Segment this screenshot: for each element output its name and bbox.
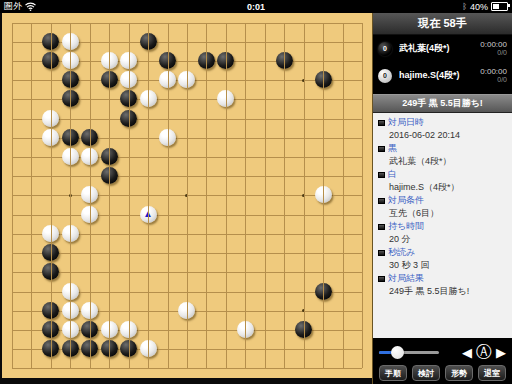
board-cell[interactable] <box>80 359 99 378</box>
board-cell[interactable] <box>99 244 118 263</box>
board-cell[interactable] <box>99 263 118 282</box>
board-cell[interactable] <box>294 301 313 320</box>
board-cell[interactable] <box>60 147 79 166</box>
board-cell[interactable] <box>99 167 118 186</box>
board-cell[interactable] <box>314 224 333 243</box>
board-cell[interactable] <box>138 320 157 339</box>
board-cell[interactable] <box>119 359 138 378</box>
board-cell[interactable] <box>99 205 118 224</box>
board-cell[interactable] <box>275 13 294 32</box>
board-cell[interactable] <box>41 244 60 263</box>
board-cell[interactable] <box>119 244 138 263</box>
board-cell[interactable] <box>197 340 216 359</box>
board-cell[interactable] <box>353 320 372 339</box>
board-cell[interactable] <box>333 147 352 166</box>
board-cell[interactable] <box>80 244 99 263</box>
score-estimate-button[interactable]: 形勢 <box>445 365 473 381</box>
board-cell[interactable] <box>216 359 235 378</box>
board-cell[interactable] <box>236 263 255 282</box>
board-cell[interactable] <box>333 282 352 301</box>
board-cell[interactable] <box>216 147 235 166</box>
board-cell[interactable] <box>60 320 79 339</box>
board-cell[interactable] <box>138 13 157 32</box>
board-cell[interactable] <box>2 90 21 109</box>
board-cell[interactable] <box>177 51 196 70</box>
board-cell[interactable] <box>236 244 255 263</box>
board-cell[interactable] <box>138 90 157 109</box>
board-cell[interactable] <box>177 320 196 339</box>
board-cell[interactable] <box>2 282 21 301</box>
board-cell[interactable] <box>197 186 216 205</box>
board-cell[interactable] <box>138 51 157 70</box>
board-cell[interactable] <box>158 109 177 128</box>
board-cell[interactable] <box>236 359 255 378</box>
slider-thumb[interactable] <box>391 346 404 359</box>
board-cell[interactable] <box>333 186 352 205</box>
board-cell[interactable] <box>119 128 138 147</box>
board-cell[interactable] <box>314 128 333 147</box>
board-cell[interactable] <box>216 167 235 186</box>
board-cell[interactable] <box>216 320 235 339</box>
board-cell[interactable] <box>333 224 352 243</box>
board-cell[interactable] <box>80 301 99 320</box>
board-cell[interactable] <box>2 244 21 263</box>
board-cell[interactable] <box>99 128 118 147</box>
board-cell[interactable] <box>294 128 313 147</box>
board-cell[interactable] <box>60 186 79 205</box>
board-cell[interactable] <box>314 71 333 90</box>
board-cell[interactable] <box>2 71 21 90</box>
board-cell[interactable] <box>216 205 235 224</box>
board-cell[interactable] <box>197 13 216 32</box>
board-cell[interactable] <box>275 301 294 320</box>
board-cell[interactable] <box>21 51 40 70</box>
board-cell[interactable] <box>41 128 60 147</box>
board-cell[interactable] <box>138 263 157 282</box>
board-cell[interactable] <box>119 263 138 282</box>
board-cell[interactable] <box>353 32 372 51</box>
board-cell[interactable] <box>314 340 333 359</box>
board-cell[interactable] <box>275 90 294 109</box>
board-cell[interactable] <box>177 263 196 282</box>
board-cell[interactable] <box>60 109 79 128</box>
board-cell[interactable] <box>21 224 40 243</box>
board-cell[interactable] <box>99 147 118 166</box>
board-cell[interactable] <box>80 282 99 301</box>
board-cell[interactable] <box>275 167 294 186</box>
board-cell[interactable] <box>255 51 274 70</box>
board-cell[interactable] <box>158 359 177 378</box>
board-cell[interactable] <box>314 13 333 32</box>
board-cell[interactable] <box>41 71 60 90</box>
board-cell[interactable] <box>21 71 40 90</box>
board-cell[interactable] <box>353 244 372 263</box>
board-cell[interactable] <box>314 32 333 51</box>
board-cell[interactable] <box>60 263 79 282</box>
board-cell[interactable] <box>255 263 274 282</box>
board-cell[interactable] <box>197 147 216 166</box>
board-cell[interactable] <box>60 359 79 378</box>
board-cell[interactable] <box>158 340 177 359</box>
board-cell[interactable] <box>294 359 313 378</box>
board-cell[interactable] <box>21 320 40 339</box>
board-cell[interactable] <box>275 147 294 166</box>
board-cell[interactable] <box>41 340 60 359</box>
board-cell[interactable] <box>314 320 333 339</box>
board-cell[interactable] <box>333 167 352 186</box>
board-cell[interactable] <box>353 359 372 378</box>
board-cell[interactable] <box>138 359 157 378</box>
board-cell[interactable] <box>158 205 177 224</box>
board-cell[interactable] <box>294 13 313 32</box>
board-cell[interactable] <box>236 13 255 32</box>
board-cell[interactable] <box>119 32 138 51</box>
board-cell[interactable] <box>216 90 235 109</box>
board-cell[interactable] <box>138 32 157 51</box>
board-cell[interactable] <box>294 186 313 205</box>
board-cell[interactable] <box>255 13 274 32</box>
board-cell[interactable] <box>21 301 40 320</box>
board-cell[interactable] <box>353 301 372 320</box>
board-cell[interactable] <box>177 109 196 128</box>
board-cell[interactable] <box>138 340 157 359</box>
board-cell[interactable] <box>119 186 138 205</box>
board-cell[interactable] <box>119 301 138 320</box>
board-cell[interactable] <box>138 167 157 186</box>
board-cell[interactable] <box>41 147 60 166</box>
board-cell[interactable] <box>41 359 60 378</box>
board-cell[interactable] <box>119 109 138 128</box>
board-cell[interactable] <box>294 205 313 224</box>
board-cell[interactable] <box>255 128 274 147</box>
board-cell[interactable] <box>60 282 79 301</box>
board-cell[interactable] <box>275 359 294 378</box>
board-cell[interactable] <box>2 147 21 166</box>
board-cell[interactable] <box>333 109 352 128</box>
board-cell[interactable] <box>158 90 177 109</box>
board-cell[interactable] <box>138 109 157 128</box>
board-cell[interactable] <box>275 224 294 243</box>
board-cell[interactable] <box>21 244 40 263</box>
next-move-button[interactable]: ▶ <box>496 346 506 359</box>
board-cell[interactable] <box>197 282 216 301</box>
board-cell[interactable] <box>119 147 138 166</box>
board-cell[interactable] <box>197 32 216 51</box>
board-cell[interactable] <box>255 90 274 109</box>
move-slider[interactable] <box>379 351 439 354</box>
board-cell[interactable] <box>314 263 333 282</box>
board-cell[interactable] <box>80 205 99 224</box>
board-cell[interactable] <box>314 186 333 205</box>
board-cell[interactable] <box>255 32 274 51</box>
board-cell[interactable] <box>99 90 118 109</box>
board-cell[interactable] <box>197 109 216 128</box>
board-cell[interactable] <box>177 340 196 359</box>
board-cell[interactable] <box>333 128 352 147</box>
board-cell[interactable] <box>158 128 177 147</box>
board-cell[interactable] <box>158 282 177 301</box>
board-cell[interactable] <box>294 71 313 90</box>
go-board[interactable]: ▲ <box>0 13 372 384</box>
board-cell[interactable] <box>216 109 235 128</box>
board-cell[interactable] <box>158 32 177 51</box>
board-cell[interactable] <box>255 205 274 224</box>
board-cell[interactable] <box>2 51 21 70</box>
board-cell[interactable] <box>275 51 294 70</box>
board-cell[interactable] <box>216 340 235 359</box>
board-cell[interactable] <box>60 90 79 109</box>
board-cell[interactable] <box>41 224 60 243</box>
leave-room-button[interactable]: 退室 <box>478 365 506 381</box>
board-cell[interactable] <box>236 320 255 339</box>
board-cell[interactable] <box>255 147 274 166</box>
moves-button[interactable]: 手順 <box>379 365 407 381</box>
board-cell[interactable] <box>99 301 118 320</box>
board-cell[interactable] <box>275 205 294 224</box>
board-cell[interactable] <box>294 320 313 339</box>
board-cell[interactable] <box>177 71 196 90</box>
board-cell[interactable] <box>294 109 313 128</box>
board-cell[interactable] <box>294 32 313 51</box>
board-cell[interactable] <box>21 32 40 51</box>
board-cell[interactable] <box>294 282 313 301</box>
board-cell[interactable] <box>236 205 255 224</box>
board-cell[interactable] <box>119 205 138 224</box>
board-cell[interactable] <box>2 13 21 32</box>
board-cell[interactable] <box>314 147 333 166</box>
board-cell[interactable] <box>353 147 372 166</box>
board-cell[interactable] <box>197 224 216 243</box>
board-cell[interactable] <box>99 186 118 205</box>
board-cell[interactable] <box>333 263 352 282</box>
board-cell[interactable] <box>138 244 157 263</box>
board-cell[interactable] <box>294 147 313 166</box>
board-cell[interactable] <box>333 301 352 320</box>
board-cell[interactable] <box>236 51 255 70</box>
board-cell[interactable] <box>60 340 79 359</box>
board-cell[interactable] <box>314 282 333 301</box>
board-cell[interactable] <box>41 51 60 70</box>
autoplay-button[interactable]: Ⓐ <box>476 344 492 360</box>
board-cell[interactable] <box>60 51 79 70</box>
board-cell[interactable] <box>80 167 99 186</box>
board-cell[interactable] <box>236 167 255 186</box>
board-cell[interactable] <box>275 32 294 51</box>
board-cell[interactable] <box>216 128 235 147</box>
board-cell[interactable] <box>333 32 352 51</box>
board-cell[interactable] <box>255 167 274 186</box>
board-cell[interactable] <box>255 71 274 90</box>
board-cell[interactable] <box>333 90 352 109</box>
board-cell[interactable] <box>333 244 352 263</box>
board-cell[interactable] <box>255 282 274 301</box>
board-cell[interactable] <box>236 109 255 128</box>
board-cell[interactable] <box>2 32 21 51</box>
board-cell[interactable] <box>333 205 352 224</box>
board-cell[interactable] <box>41 186 60 205</box>
board-cell[interactable] <box>80 224 99 243</box>
board-cell[interactable] <box>41 205 60 224</box>
board-cell[interactable] <box>138 186 157 205</box>
board-cell[interactable] <box>119 71 138 90</box>
board-cell[interactable] <box>158 244 177 263</box>
board-cell[interactable] <box>2 205 21 224</box>
board-cell[interactable] <box>197 51 216 70</box>
board-cell[interactable] <box>21 147 40 166</box>
board-cell[interactable] <box>197 320 216 339</box>
board-cell[interactable] <box>216 282 235 301</box>
board-cell[interactable] <box>60 128 79 147</box>
board-cell[interactable] <box>255 244 274 263</box>
board-cell[interactable] <box>275 186 294 205</box>
board-cell[interactable] <box>21 109 40 128</box>
board-cell[interactable] <box>158 13 177 32</box>
board-cell[interactable] <box>99 13 118 32</box>
board-cell[interactable] <box>353 90 372 109</box>
board-cell[interactable] <box>2 301 21 320</box>
board-cell[interactable] <box>2 128 21 147</box>
board-cell[interactable] <box>99 320 118 339</box>
board-cell[interactable] <box>2 224 21 243</box>
board-cell[interactable] <box>119 224 138 243</box>
board-cell[interactable] <box>216 263 235 282</box>
board-cell[interactable] <box>177 186 196 205</box>
board-cell[interactable] <box>177 90 196 109</box>
board-cell[interactable] <box>158 51 177 70</box>
board-cell[interactable] <box>138 71 157 90</box>
board-cell[interactable] <box>353 282 372 301</box>
board-cell[interactable] <box>21 13 40 32</box>
board-cell[interactable] <box>216 71 235 90</box>
board-cell[interactable] <box>197 359 216 378</box>
board-cell[interactable] <box>255 109 274 128</box>
board-cell[interactable] <box>80 147 99 166</box>
board-cell[interactable] <box>275 71 294 90</box>
board-cell[interactable] <box>60 13 79 32</box>
board-cell[interactable] <box>80 13 99 32</box>
board-cell[interactable] <box>119 13 138 32</box>
board-cell[interactable] <box>353 128 372 147</box>
board-cell[interactable] <box>255 301 274 320</box>
review-button[interactable]: 検討 <box>412 365 440 381</box>
board-cell[interactable] <box>333 51 352 70</box>
board-cell[interactable] <box>119 340 138 359</box>
board-cell[interactable] <box>294 224 313 243</box>
board-cell[interactable] <box>158 71 177 90</box>
board-cell[interactable] <box>41 13 60 32</box>
board-cell[interactable] <box>197 167 216 186</box>
board-cell[interactable] <box>119 90 138 109</box>
board-cell[interactable] <box>314 244 333 263</box>
board-cell[interactable] <box>255 359 274 378</box>
board-cell[interactable] <box>21 128 40 147</box>
board-cell[interactable] <box>41 282 60 301</box>
board-cell[interactable] <box>2 340 21 359</box>
board-cell[interactable] <box>80 128 99 147</box>
board-cell[interactable] <box>138 224 157 243</box>
board-cell[interactable] <box>177 205 196 224</box>
board-cell[interactable] <box>21 186 40 205</box>
board-cell[interactable] <box>99 282 118 301</box>
board-cell[interactable] <box>2 359 21 378</box>
board-cell[interactable] <box>119 51 138 70</box>
board-cell[interactable] <box>99 51 118 70</box>
board-cell[interactable] <box>158 186 177 205</box>
board-cell[interactable] <box>60 71 79 90</box>
board-cell[interactable] <box>2 186 21 205</box>
board-cell[interactable] <box>60 301 79 320</box>
board-cell[interactable] <box>216 13 235 32</box>
board-cell[interactable] <box>158 147 177 166</box>
board-cell[interactable] <box>314 51 333 70</box>
board-cell[interactable] <box>41 32 60 51</box>
board-cell[interactable] <box>177 301 196 320</box>
board-cell[interactable] <box>333 359 352 378</box>
board-cell[interactable] <box>314 109 333 128</box>
board-cell[interactable] <box>80 320 99 339</box>
board-cell[interactable] <box>41 263 60 282</box>
board-cell[interactable] <box>353 224 372 243</box>
board-cell[interactable] <box>99 109 118 128</box>
board-cell[interactable] <box>275 244 294 263</box>
board-cell[interactable] <box>158 320 177 339</box>
board-cell[interactable] <box>275 128 294 147</box>
board-cell[interactable] <box>99 71 118 90</box>
board-cell[interactable] <box>333 71 352 90</box>
board-cell[interactable] <box>119 282 138 301</box>
board-cell[interactable] <box>275 320 294 339</box>
board-cell[interactable] <box>138 282 157 301</box>
board-cell[interactable] <box>41 301 60 320</box>
board-cell[interactable] <box>314 90 333 109</box>
board-cell[interactable] <box>80 90 99 109</box>
board-cell[interactable] <box>177 244 196 263</box>
board-cell[interactable] <box>353 13 372 32</box>
board-cell[interactable] <box>177 13 196 32</box>
board-cell[interactable] <box>197 301 216 320</box>
board-cell[interactable] <box>275 340 294 359</box>
board-cell[interactable] <box>255 340 274 359</box>
board-cell[interactable] <box>80 51 99 70</box>
board-cell[interactable] <box>314 205 333 224</box>
board-cell[interactable] <box>41 109 60 128</box>
board-cell[interactable] <box>41 167 60 186</box>
board-cell[interactable] <box>216 244 235 263</box>
board-cell[interactable] <box>99 340 118 359</box>
board-cell[interactable] <box>353 340 372 359</box>
board-cell[interactable] <box>138 301 157 320</box>
board-cell[interactable] <box>353 263 372 282</box>
board-cell[interactable] <box>138 128 157 147</box>
board-cell[interactable] <box>21 340 40 359</box>
board-cell[interactable] <box>158 263 177 282</box>
board-cell[interactable] <box>353 51 372 70</box>
board-cell[interactable] <box>333 320 352 339</box>
board-cell[interactable] <box>21 359 40 378</box>
board-cell[interactable] <box>236 340 255 359</box>
board-cell[interactable]: ▲ <box>138 205 157 224</box>
board-cell[interactable] <box>80 186 99 205</box>
board-cell[interactable] <box>275 263 294 282</box>
board-cell[interactable] <box>294 167 313 186</box>
board-cell[interactable] <box>236 282 255 301</box>
board-cell[interactable] <box>197 244 216 263</box>
board-cell[interactable] <box>314 167 333 186</box>
board-cell[interactable] <box>333 340 352 359</box>
board-cell[interactable] <box>2 263 21 282</box>
board-cell[interactable] <box>80 71 99 90</box>
board-cell[interactable] <box>177 282 196 301</box>
